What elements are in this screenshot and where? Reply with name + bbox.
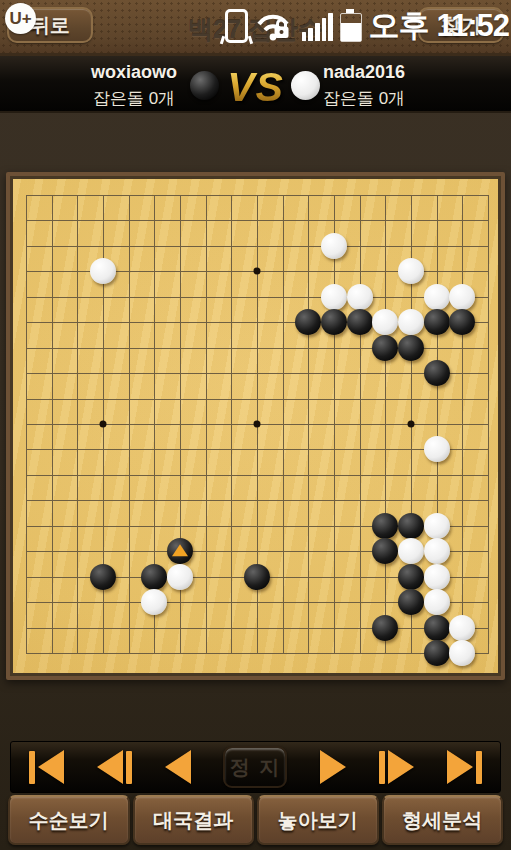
stone-black — [321, 309, 347, 335]
stone-black — [398, 564, 424, 590]
stone-black — [424, 640, 450, 666]
stone-black — [372, 335, 398, 361]
stone-white — [424, 436, 450, 462]
stone-black — [141, 564, 167, 590]
menu-bar: 수순보기 대국결과 놓아보기 형세분석 — [8, 795, 503, 845]
stone-black — [90, 564, 116, 590]
stone-white — [347, 284, 373, 310]
stone-white — [141, 589, 167, 615]
menu-button-try-moves[interactable]: 놓아보기 — [257, 795, 379, 845]
stone-black — [167, 538, 193, 564]
replay-controls: 정 지 — [10, 741, 501, 793]
stone-black — [347, 309, 373, 335]
stone-black — [424, 360, 450, 386]
first-move-button[interactable] — [29, 750, 64, 784]
stone-black — [398, 335, 424, 361]
stone-white — [398, 258, 424, 284]
stone-white — [321, 233, 347, 259]
white-player-captures: 잡은돌 0개 — [272, 87, 456, 110]
stone-white — [424, 513, 450, 539]
go-board[interactable] — [6, 172, 505, 680]
star-point — [254, 421, 261, 428]
stone-black — [424, 615, 450, 641]
stone-white — [398, 309, 424, 335]
stone-white — [449, 284, 475, 310]
stone-white — [90, 258, 116, 284]
star-point — [254, 268, 261, 275]
jump-forward-button[interactable] — [379, 750, 414, 784]
stone-white — [449, 615, 475, 641]
stone-black — [398, 513, 424, 539]
menu-button-game-result[interactable]: 대국결과 — [133, 795, 255, 845]
board-wood — [10, 176, 501, 676]
carrier-logo-icon: U+ — [5, 3, 36, 34]
vibrate-icon — [225, 9, 248, 43]
menu-label: 놓아보기 — [278, 807, 358, 834]
player-panel: woxiaowo 잡은돌 0개 VS nada2016 잡은돌 0개 — [0, 56, 511, 113]
stone-white — [424, 538, 450, 564]
stone-black — [372, 615, 398, 641]
board-grid — [26, 195, 489, 654]
menu-label: 대국결과 — [153, 807, 233, 834]
stone-white — [321, 284, 347, 310]
stone-black — [449, 309, 475, 335]
stop-button-label: 정 지 — [230, 754, 282, 781]
stone-white — [449, 640, 475, 666]
status-bar: 오후 11:52 — [225, 4, 509, 48]
stone-black — [244, 564, 270, 590]
stone-black — [372, 538, 398, 564]
stone-white — [372, 309, 398, 335]
white-player-name: nada2016 — [272, 62, 456, 83]
stone-black — [424, 309, 450, 335]
battery-icon — [340, 13, 362, 42]
stop-button[interactable]: 정 지 — [223, 746, 287, 788]
stone-black — [295, 309, 321, 335]
last-move-triangle-marker — [172, 544, 188, 556]
app-screen: 뒤로 U+ 백27 집반승 찾기 오후 11:52 wox — [0, 0, 511, 850]
stone-white — [424, 284, 450, 310]
stone-white — [424, 589, 450, 615]
step-back-button[interactable] — [165, 750, 191, 784]
stone-white — [398, 538, 424, 564]
black-stone-icon — [190, 71, 219, 100]
last-move-button[interactable] — [447, 750, 482, 784]
star-point — [100, 421, 107, 428]
stone-black — [398, 589, 424, 615]
signal-bars-icon — [302, 11, 333, 41]
menu-button-position-analysis[interactable]: 형세분석 — [382, 795, 504, 845]
white-player-block: nada2016 잡은돌 0개 — [272, 62, 456, 110]
menu-label: 수순보기 — [29, 807, 109, 834]
stone-black — [372, 513, 398, 539]
star-point — [408, 421, 415, 428]
stone-white — [424, 564, 450, 590]
jump-back-button[interactable] — [97, 750, 132, 784]
stone-white — [167, 564, 193, 590]
title-bar: 뒤로 U+ 백27 집반승 찾기 오후 11:52 — [0, 0, 511, 56]
menu-button-move-list[interactable]: 수순보기 — [8, 795, 130, 845]
step-forward-button[interactable] — [320, 750, 346, 784]
menu-label: 형세분석 — [402, 807, 482, 834]
clock-text: 오후 11:52 — [369, 5, 509, 47]
wifi-lock-icon — [255, 10, 295, 42]
